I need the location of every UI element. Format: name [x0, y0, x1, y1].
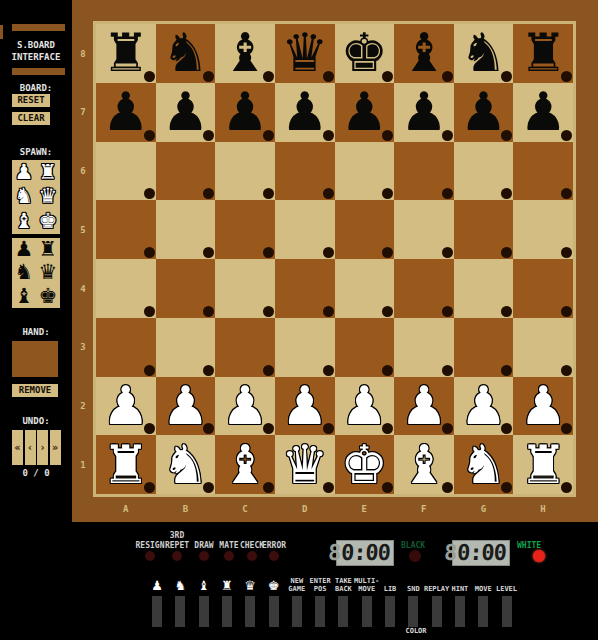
square-g7[interactable]: ♟	[454, 83, 514, 142]
square-dot	[144, 71, 155, 82]
status-led-check	[247, 551, 257, 561]
square-d8[interactable]: ♛	[275, 24, 335, 83]
black-knight-piece[interactable]: ♞	[460, 25, 508, 81]
file-label-d: D	[295, 504, 315, 514]
square-dot	[561, 482, 572, 493]
square-dot	[442, 188, 453, 199]
square-e4[interactable]	[335, 259, 395, 318]
square-c1[interactable]: ♝	[215, 435, 275, 494]
white-queen-icon: ♛	[39, 185, 58, 208]
square-dot	[561, 423, 572, 434]
reset-button[interactable]: RESET	[12, 94, 50, 107]
spawn-panel-black: ♟♜♞♛♝♚	[12, 238, 60, 308]
rank-label-6: 6	[76, 166, 90, 176]
square-b4[interactable]	[156, 259, 216, 318]
key-move[interactable]	[478, 596, 488, 627]
black-bishop-icon: ♝	[15, 285, 34, 308]
white-turn-led	[533, 550, 545, 562]
square-dot	[263, 247, 274, 258]
white-pawn-piece[interactable]: ♟	[519, 378, 567, 434]
square-dot	[203, 423, 214, 434]
square-h4[interactable]	[513, 259, 573, 318]
sidebar-top-bar	[12, 24, 65, 31]
spawn-white-rook[interactable]: ♜	[36, 160, 60, 185]
square-a8[interactable]: ♜	[96, 24, 156, 83]
square-e6[interactable]	[335, 142, 395, 201]
square-dot	[442, 130, 453, 141]
square-d7[interactable]: ♟	[275, 83, 335, 142]
spawn-white-pawn[interactable]: ♟	[12, 160, 36, 185]
status-label-error: ERROR	[244, 541, 304, 550]
hand-section-label: HAND:	[0, 327, 72, 337]
square-h1[interactable]: ♜	[513, 435, 573, 494]
black-pawn-piece[interactable]: ♟	[221, 84, 269, 140]
black-pawn-piece[interactable]: ♟	[400, 84, 448, 140]
window-edge-notch	[0, 25, 3, 39]
square-dot	[203, 365, 214, 376]
key-king[interactable]	[269, 596, 279, 627]
black-knight-piece[interactable]: ♞	[162, 25, 210, 81]
board-grid: ♜♞♝♛♚♝♞♜♟♟♟♟♟♟♟♟♟♟♟♟♟♟♟♟♜♞♝♛♚♝♞♜	[96, 24, 573, 494]
board-frame: 87654321 ABCDEFGH ♜♞♝♛♚♝♞♜♟♟♟♟♟♟♟♟♟♟♟♟♟♟…	[72, 0, 598, 522]
square-h6[interactable]	[513, 142, 573, 201]
square-f1[interactable]: ♝	[394, 435, 454, 494]
square-dot	[501, 71, 512, 82]
square-dot	[442, 423, 453, 434]
square-g8[interactable]: ♞	[454, 24, 514, 83]
square-h5[interactable]	[513, 200, 573, 259]
black-king-piece[interactable]: ♚	[341, 25, 389, 81]
rank-label-5: 5	[76, 225, 90, 235]
white-rook-piece[interactable]: ♜	[519, 437, 567, 493]
black-pawn-piece[interactable]: ♟	[519, 84, 567, 140]
square-h3[interactable]	[513, 318, 573, 377]
square-c2[interactable]: ♟	[215, 377, 275, 436]
square-dot	[203, 188, 214, 199]
square-f5[interactable]	[394, 200, 454, 259]
status-led-repet	[172, 551, 182, 561]
black-bishop-piece[interactable]: ♝	[221, 25, 269, 81]
square-dot	[203, 130, 214, 141]
black-rook-piece[interactable]: ♜	[102, 25, 150, 81]
square-h8[interactable]: ♜	[513, 24, 573, 83]
square-d3[interactable]	[275, 318, 335, 377]
white-clock-display: 8 0:00	[452, 540, 510, 566]
square-dot	[203, 306, 214, 317]
square-dot	[561, 365, 572, 376]
square-dot	[382, 482, 393, 493]
square-c5[interactable]	[215, 200, 275, 259]
status-led-resign	[145, 551, 155, 561]
white-bishop-piece[interactable]: ♝	[400, 437, 448, 493]
file-label-e: E	[354, 504, 374, 514]
square-e2[interactable]: ♟	[335, 377, 395, 436]
square-dot	[501, 482, 512, 493]
spawn-panel-white: ♟♜♞♛♝♚	[12, 160, 60, 234]
black-pawn-icon: ♟	[15, 238, 34, 261]
square-b3[interactable]	[156, 318, 216, 377]
square-b1[interactable]: ♞	[156, 435, 216, 494]
square-dot	[144, 188, 155, 199]
status-led-draw	[199, 551, 209, 561]
square-a5[interactable]	[96, 200, 156, 259]
key-bishop[interactable]	[199, 596, 209, 627]
white-clock-time: 0:00	[456, 542, 506, 564]
key-hint[interactable]	[455, 596, 465, 627]
square-c8[interactable]: ♝	[215, 24, 275, 83]
square-dot	[442, 365, 453, 376]
spawn-section-label: SPAWN:	[0, 147, 72, 157]
bishop-icon: ♝	[192, 579, 216, 593]
white-pawn-piece[interactable]: ♟	[281, 378, 329, 434]
file-label-b: B	[175, 504, 195, 514]
square-dot	[382, 306, 393, 317]
square-dot	[263, 365, 274, 376]
square-dot	[501, 423, 512, 434]
square-g5[interactable]	[454, 200, 514, 259]
square-dot	[561, 188, 572, 199]
key-lib[interactable]	[385, 596, 395, 627]
square-dot	[382, 130, 393, 141]
undo-last-button[interactable]: »	[50, 430, 61, 465]
white-pawn-piece[interactable]: ♟	[460, 378, 508, 434]
square-b6[interactable]	[156, 142, 216, 201]
square-f2[interactable]: ♟	[394, 377, 454, 436]
square-dot	[263, 482, 274, 493]
square-dot	[323, 130, 334, 141]
square-dot	[263, 306, 274, 317]
square-f8[interactable]: ♝	[394, 24, 454, 83]
square-dot	[501, 130, 512, 141]
black-pawn-piece[interactable]: ♟	[102, 84, 150, 140]
square-dot	[501, 365, 512, 376]
spawn-black-pawn[interactable]: ♟	[12, 238, 36, 261]
black-knight-icon: ♞	[15, 261, 34, 284]
square-e1[interactable]: ♚	[335, 435, 395, 494]
black-clock-display: 8 0:00	[336, 540, 394, 566]
black-rook-piece[interactable]: ♜	[519, 25, 567, 81]
square-dot	[144, 306, 155, 317]
square-g6[interactable]	[454, 142, 514, 201]
black-queen-icon: ♛	[39, 261, 58, 284]
clear-button[interactable]: CLEAR	[12, 112, 50, 125]
sidebar: S.BOARD INTERFACE BOARD: RESET CLEAR SPA…	[0, 0, 72, 640]
square-dot	[323, 306, 334, 317]
file-label-c: C	[235, 504, 255, 514]
square-g2[interactable]: ♟	[454, 377, 514, 436]
square-dot	[263, 423, 274, 434]
square-dot	[561, 130, 572, 141]
lcd-ghost-digit: 8	[327, 542, 341, 564]
black-pawn-piece[interactable]: ♟	[281, 84, 329, 140]
black-pawn-piece[interactable]: ♟	[162, 84, 210, 140]
square-dot	[382, 247, 393, 258]
board: ♜♞♝♛♚♝♞♜♟♟♟♟♟♟♟♟♟♟♟♟♟♟♟♟♜♞♝♛♚♝♞♜	[93, 21, 576, 497]
square-dot	[561, 71, 572, 82]
color-label: COLOR	[393, 627, 439, 635]
white-bishop-piece[interactable]: ♝	[221, 437, 269, 493]
square-dot	[144, 365, 155, 376]
square-d6[interactable]	[275, 142, 335, 201]
square-d5[interactable]	[275, 200, 335, 259]
spawn-black-queen[interactable]: ♛	[36, 261, 60, 284]
file-label-a: A	[116, 504, 136, 514]
white-rook-piece[interactable]: ♜	[102, 437, 150, 493]
square-h7[interactable]: ♟	[513, 83, 573, 142]
square-f4[interactable]	[394, 259, 454, 318]
square-dot	[382, 365, 393, 376]
key-knight[interactable]	[175, 596, 185, 627]
chess-app-window: S.BOARD INTERFACE BOARD: RESET CLEAR SPA…	[0, 0, 598, 640]
pawn-icon: ♟	[145, 579, 169, 593]
square-dot	[203, 482, 214, 493]
square-dot	[144, 130, 155, 141]
square-a1[interactable]: ♜	[96, 435, 156, 494]
status-label-top-repet: 3RD	[147, 531, 207, 540]
white-pawn-icon: ♟	[15, 161, 34, 184]
square-c6[interactable]	[215, 142, 275, 201]
square-a7[interactable]: ♟	[96, 83, 156, 142]
hand-slot[interactable]	[12, 341, 58, 377]
spawn-black-rook[interactable]: ♜	[36, 238, 60, 261]
key-rook[interactable]	[222, 596, 232, 627]
knight-icon: ♞	[168, 579, 192, 593]
app-title-line2: INTERFACE	[0, 52, 72, 62]
key-level[interactable]	[502, 596, 512, 627]
spawn-white-knight[interactable]: ♞	[12, 185, 36, 210]
board-section-label: BOARD:	[0, 83, 72, 93]
white-pawn-piece[interactable]: ♟	[102, 378, 150, 434]
black-clock-label: BLACK	[401, 541, 425, 550]
square-a4[interactable]	[96, 259, 156, 318]
square-dot	[263, 71, 274, 82]
square-d1[interactable]: ♛	[275, 435, 335, 494]
white-knight-icon: ♞	[15, 185, 34, 208]
square-g4[interactable]	[454, 259, 514, 318]
lcd-ghost-digit: 8	[443, 542, 457, 564]
square-b8[interactable]: ♞	[156, 24, 216, 83]
square-dot	[144, 482, 155, 493]
square-dot	[382, 188, 393, 199]
square-dot	[144, 247, 155, 258]
black-queen-piece[interactable]: ♛	[281, 25, 329, 81]
square-dot	[442, 306, 453, 317]
spawn-black-king[interactable]: ♚	[36, 285, 60, 308]
black-pawn-piece[interactable]: ♟	[341, 84, 389, 140]
square-b5[interactable]	[156, 200, 216, 259]
white-pawn-piece[interactable]: ♟	[221, 378, 269, 434]
file-label-h: H	[533, 504, 553, 514]
rank-label-1: 1	[76, 460, 90, 470]
square-c4[interactable]	[215, 259, 275, 318]
rank-label-4: 4	[76, 284, 90, 294]
key-pawn[interactable]	[152, 596, 162, 627]
square-b7[interactable]: ♟	[156, 83, 216, 142]
spawn-white-king[interactable]: ♚	[36, 209, 60, 234]
sidebar-divider-bar	[12, 68, 65, 75]
square-dot	[323, 188, 334, 199]
square-e3[interactable]	[335, 318, 395, 377]
square-dot	[561, 247, 572, 258]
square-g3[interactable]	[454, 318, 514, 377]
key-replay[interactable]	[432, 596, 442, 627]
key-new-game[interactable]	[292, 596, 302, 627]
white-king-piece[interactable]: ♚	[341, 437, 389, 493]
square-e7[interactable]: ♟	[335, 83, 395, 142]
square-dot	[203, 71, 214, 82]
square-dot	[501, 188, 512, 199]
key-take-back[interactable]	[338, 596, 348, 627]
key-queen[interactable]	[245, 596, 255, 627]
square-e8[interactable]: ♚	[335, 24, 395, 83]
white-knight-piece[interactable]: ♞	[460, 437, 508, 493]
square-e5[interactable]	[335, 200, 395, 259]
undo-section-label: UNDO:	[0, 416, 72, 426]
undo-counter: 0 / 0	[0, 468, 72, 478]
square-dot	[501, 247, 512, 258]
square-dot	[263, 188, 274, 199]
white-queen-piece[interactable]: ♛	[281, 437, 329, 493]
square-c7[interactable]: ♟	[215, 83, 275, 142]
white-clock-label: WHITE	[517, 541, 541, 550]
undo-back-button[interactable]: ‹	[25, 430, 36, 465]
square-dot	[144, 423, 155, 434]
square-dot	[323, 71, 334, 82]
square-dot	[442, 482, 453, 493]
rank-label-7: 7	[76, 107, 90, 117]
black-turn-led	[409, 550, 421, 562]
square-c3[interactable]	[215, 318, 275, 377]
rook-icon: ♜	[215, 579, 239, 593]
square-dot	[561, 306, 572, 317]
status-led-mate	[224, 551, 234, 561]
key-label-level: LEVEL	[484, 585, 530, 593]
square-d2[interactable]: ♟	[275, 377, 335, 436]
square-b2[interactable]: ♟	[156, 377, 216, 436]
square-g1[interactable]: ♞	[454, 435, 514, 494]
square-dot	[442, 71, 453, 82]
undo-forward-button[interactable]: ›	[37, 430, 48, 465]
square-dot	[323, 247, 334, 258]
square-f3[interactable]	[394, 318, 454, 377]
square-dot	[442, 247, 453, 258]
spawn-white-queen[interactable]: ♛	[36, 185, 60, 210]
black-pawn-piece[interactable]: ♟	[460, 84, 508, 140]
white-pawn-piece[interactable]: ♟	[341, 378, 389, 434]
white-pawn-piece[interactable]: ♟	[162, 378, 210, 434]
square-a6[interactable]	[96, 142, 156, 201]
white-knight-piece[interactable]: ♞	[162, 437, 210, 493]
square-a2[interactable]: ♟	[96, 377, 156, 436]
file-label-f: F	[414, 504, 434, 514]
rank-label-2: 2	[76, 401, 90, 411]
status-led-error	[269, 551, 279, 561]
square-dot	[323, 423, 334, 434]
square-f7[interactable]: ♟	[394, 83, 454, 142]
spawn-black-bishop[interactable]: ♝	[12, 285, 36, 308]
black-king-icon: ♚	[39, 285, 58, 308]
square-d4[interactable]	[275, 259, 335, 318]
black-bishop-piece[interactable]: ♝	[400, 25, 448, 81]
file-label-g: G	[473, 504, 493, 514]
key-multi-move[interactable]	[362, 596, 372, 627]
square-h2[interactable]: ♟	[513, 377, 573, 436]
spawn-white-bishop[interactable]: ♝	[12, 209, 36, 234]
white-king-icon: ♚	[39, 210, 58, 233]
rank-label-3: 3	[76, 342, 90, 352]
queen-icon: ♛	[238, 579, 262, 593]
key-snd[interactable]	[408, 596, 418, 627]
rank-label-8: 8	[76, 49, 90, 59]
app-title-line1: S.BOARD	[0, 40, 72, 50]
square-dot	[382, 71, 393, 82]
white-pawn-piece[interactable]: ♟	[400, 378, 448, 434]
square-dot	[501, 306, 512, 317]
square-a3[interactable]	[96, 318, 156, 377]
square-dot	[323, 482, 334, 493]
white-rook-icon: ♜	[39, 161, 58, 184]
square-dot	[323, 365, 334, 376]
spawn-black-knight[interactable]: ♞	[12, 261, 36, 284]
remove-button[interactable]: REMOVE	[12, 384, 58, 397]
black-clock-time: 0:00	[340, 542, 390, 564]
square-dot	[203, 247, 214, 258]
undo-first-button[interactable]: «	[12, 430, 23, 465]
key-enter-pos[interactable]	[315, 596, 325, 627]
square-dot	[263, 130, 274, 141]
square-dot	[382, 423, 393, 434]
black-rook-icon: ♜	[39, 238, 58, 261]
white-bishop-icon: ♝	[15, 210, 34, 233]
square-f6[interactable]	[394, 142, 454, 201]
